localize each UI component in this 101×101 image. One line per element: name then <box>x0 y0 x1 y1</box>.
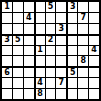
cell-r2c7[interactable] <box>67 13 77 23</box>
cell-r3c1[interactable] <box>2 24 12 34</box>
cell-r1c8[interactable] <box>78 2 88 12</box>
given-digit: 6 <box>4 68 10 76</box>
cell-r6c7[interactable] <box>67 56 77 66</box>
cell-r5c4[interactable]: 1 <box>35 46 45 56</box>
cell-r6c5[interactable] <box>46 56 56 66</box>
cell-r3c4[interactable] <box>35 24 45 34</box>
cell-r9c2[interactable] <box>13 89 23 99</box>
given-digit: 4 <box>37 79 43 87</box>
cell-r7c3[interactable] <box>24 67 34 77</box>
given-digit: 7 <box>59 79 65 87</box>
cell-r6c8[interactable]: 8 <box>78 56 88 66</box>
cell-r9c4[interactable]: 8 <box>35 89 45 99</box>
cell-r6c2[interactable] <box>13 56 23 66</box>
cell-r2c5[interactable] <box>46 13 56 23</box>
cell-r8c2[interactable] <box>13 78 23 88</box>
cell-r4c1[interactable]: 3 <box>2 35 12 45</box>
sudoku-board: 15347335214865478 <box>0 0 101 101</box>
cell-r5c9[interactable]: 4 <box>89 46 99 56</box>
cell-r7c6[interactable] <box>56 67 66 77</box>
cell-r8c1[interactable] <box>2 78 12 88</box>
cell-r9c3[interactable] <box>24 89 34 99</box>
cell-r2c2[interactable] <box>13 13 23 23</box>
cell-r9c5[interactable] <box>46 89 56 99</box>
given-digit: 8 <box>37 90 43 98</box>
cell-r6c6[interactable] <box>56 56 66 66</box>
cell-r4c9[interactable] <box>89 35 99 45</box>
cell-r7c7[interactable]: 5 <box>67 67 77 77</box>
cell-r6c4[interactable] <box>35 56 45 66</box>
cell-r2c3[interactable]: 4 <box>24 13 34 23</box>
given-digit: 5 <box>48 2 54 10</box>
given-digit: 5 <box>70 68 76 76</box>
cell-r1c1[interactable]: 1 <box>2 2 12 12</box>
cell-r8c6[interactable]: 7 <box>56 78 66 88</box>
cell-r5c3[interactable] <box>24 46 34 56</box>
cell-r8c4[interactable]: 4 <box>35 78 45 88</box>
cell-r7c8[interactable] <box>78 67 88 77</box>
given-digit: 3 <box>4 36 10 44</box>
cell-r1c6[interactable] <box>56 2 66 12</box>
cell-r7c9[interactable] <box>89 67 99 77</box>
cell-r4c5[interactable]: 2 <box>46 35 56 45</box>
cell-r9c8[interactable] <box>78 89 88 99</box>
given-digit: 1 <box>4 2 10 10</box>
cell-r8c7[interactable] <box>67 78 77 88</box>
cell-r3c2[interactable] <box>13 24 23 34</box>
cell-r2c6[interactable] <box>56 13 66 23</box>
cell-r8c8[interactable] <box>78 78 88 88</box>
given-digit: 3 <box>70 2 76 10</box>
cell-r7c4[interactable] <box>35 67 45 77</box>
cell-r6c3[interactable] <box>24 56 34 66</box>
cell-r2c1[interactable] <box>2 13 12 23</box>
cell-r3c3[interactable] <box>24 24 34 34</box>
given-digit: 2 <box>48 36 54 44</box>
cell-r1c9[interactable] <box>89 2 99 12</box>
cell-r5c1[interactable] <box>2 46 12 56</box>
cell-r5c6[interactable] <box>56 46 66 56</box>
given-digit: 1 <box>37 46 43 54</box>
cell-r1c4[interactable] <box>35 2 45 12</box>
cell-r3c9[interactable] <box>89 24 99 34</box>
cell-r8c3[interactable] <box>24 78 34 88</box>
cell-r5c7[interactable] <box>67 46 77 56</box>
cell-r2c8[interactable]: 7 <box>78 13 88 23</box>
cell-r4c2[interactable]: 5 <box>13 35 23 45</box>
cell-r7c5[interactable] <box>46 67 56 77</box>
given-digit: 4 <box>91 46 97 54</box>
cell-r9c7[interactable] <box>67 89 77 99</box>
cell-r2c9[interactable] <box>89 13 99 23</box>
cell-r2c4[interactable] <box>35 13 45 23</box>
cell-r5c2[interactable] <box>13 46 23 56</box>
cell-r1c3[interactable] <box>24 2 34 12</box>
cell-r3c7[interactable] <box>67 24 77 34</box>
cell-r5c5[interactable] <box>46 46 56 56</box>
cell-r4c4[interactable] <box>35 35 45 45</box>
cell-r4c6[interactable] <box>56 35 66 45</box>
cell-r9c1[interactable] <box>2 89 12 99</box>
cell-r9c9[interactable] <box>89 89 99 99</box>
cell-r6c1[interactable] <box>2 56 12 66</box>
cell-r1c7[interactable]: 3 <box>67 2 77 12</box>
cell-r9c6[interactable] <box>56 89 66 99</box>
cell-r4c3[interactable] <box>24 35 34 45</box>
sudoku-screenshot: 15347335214865478 <box>0 0 101 101</box>
given-digit: 4 <box>26 13 32 21</box>
given-digit: 8 <box>80 57 86 65</box>
given-digit: 3 <box>59 24 65 32</box>
cell-r3c5[interactable] <box>46 24 56 34</box>
cell-r3c8[interactable] <box>78 24 88 34</box>
cell-r7c1[interactable]: 6 <box>2 67 12 77</box>
cell-r5c8[interactable] <box>78 46 88 56</box>
cell-r4c7[interactable] <box>67 35 77 45</box>
cell-r6c9[interactable] <box>89 56 99 66</box>
cell-r3c6[interactable]: 3 <box>56 24 66 34</box>
cell-r1c2[interactable] <box>13 2 23 12</box>
given-digit: 7 <box>80 13 86 21</box>
cell-r4c8[interactable] <box>78 35 88 45</box>
given-digit: 5 <box>15 36 21 44</box>
cell-r1c5[interactable]: 5 <box>46 2 56 12</box>
cell-r8c5[interactable] <box>46 78 56 88</box>
cell-r7c2[interactable] <box>13 67 23 77</box>
cell-r8c9[interactable] <box>89 78 99 88</box>
